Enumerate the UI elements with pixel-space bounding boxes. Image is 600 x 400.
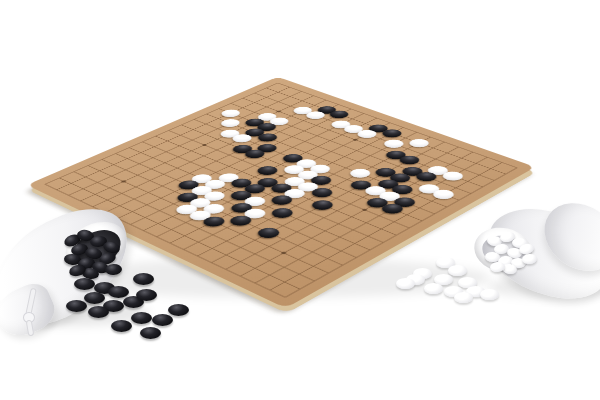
loose-black-stone	[74, 278, 95, 290]
loose-white-stone	[396, 278, 415, 289]
loose-black-stone	[84, 292, 105, 304]
loose-white-stone	[448, 265, 467, 276]
scene	[0, 0, 600, 400]
loose-black-stone	[111, 320, 132, 332]
loose-white-stone	[480, 289, 499, 300]
loose-black-stone	[168, 304, 189, 316]
loose-black-stone	[131, 312, 152, 324]
loose-black-stone	[88, 306, 109, 318]
loose-black-stone	[140, 327, 161, 339]
loose-black-stone	[108, 286, 129, 298]
loose-black-stone	[152, 314, 173, 326]
loose-black-stone	[136, 289, 157, 301]
loose-black-stone	[133, 273, 154, 285]
loose-white-stone	[454, 292, 473, 303]
bag-pile-black-stone	[104, 263, 122, 275]
loose-black-stone	[66, 300, 87, 312]
loose-white-stone	[424, 283, 443, 294]
